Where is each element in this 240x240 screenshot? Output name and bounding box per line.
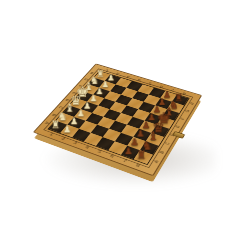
piece-brown-rook-h8: ♜ [174,93,183,103]
piece-brown-pawn-d7: ♟ [141,121,149,130]
piece-brown-bishop-c8: ♝ [147,131,158,143]
piece-brown-pawn-h7: ♟ [163,91,171,100]
square-c3 [86,113,104,125]
piece-white-pawn-d2: ♟ [83,102,91,111]
piece-white-rook-h1: ♜ [96,70,104,79]
square-f6 [138,102,155,113]
brass-clasp-icon [172,131,185,139]
piece-white-pawn-c2: ♟ [76,109,84,118]
piece-white-rook-a1: ♜ [50,120,59,130]
piece-brown-pawn-g7: ♟ [158,98,166,107]
piece-brown-pawn-f7: ♟ [152,105,160,114]
piece-brown-pawn-a7: ♟ [124,146,133,156]
piece-brown-pawn-e7: ♟ [147,113,155,122]
piece-white-knight-b1: ♞ [57,111,67,122]
piece-brown-pawn-b7: ♟ [130,138,139,148]
product-photo-canvas: 12345678 12345678 HGFEDCBA HGFEDCBA ♜♟♟♜… [0,0,240,240]
piece-brown-pawn-c7: ♟ [136,129,145,139]
